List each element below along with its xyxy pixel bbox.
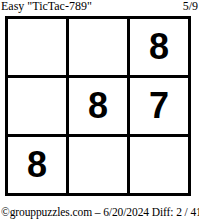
credit-line: ©grouppuzzles.com – 6/20/2024 Diff: 2 / … (1, 206, 199, 218)
page-indicator: 5/9 (183, 0, 198, 13)
puzzle-page: Easy "TicTac-789" 5/9 8 8 7 8 ©grouppuzz… (0, 0, 199, 221)
cell-r1c1: 8 (69, 78, 127, 134)
puzzle-title: Easy "TicTac-789" (1, 0, 92, 13)
cell-r0c1[interactable] (69, 19, 127, 75)
cell-r2c0: 8 (8, 137, 66, 193)
footer: ©grouppuzzles.com – 6/20/2024 Diff: 2 / … (1, 206, 199, 218)
cell-r1c2: 7 (130, 78, 188, 134)
header: Easy "TicTac-789" 5/9 (1, 0, 198, 14)
cell-r0c0[interactable] (8, 19, 66, 75)
cell-r2c1[interactable] (69, 137, 127, 193)
cell-r1c0[interactable] (8, 78, 66, 134)
puzzle-board: 8 8 7 8 (5, 16, 191, 196)
cell-r2c2[interactable] (130, 137, 188, 193)
cell-r0c2: 8 (130, 19, 188, 75)
